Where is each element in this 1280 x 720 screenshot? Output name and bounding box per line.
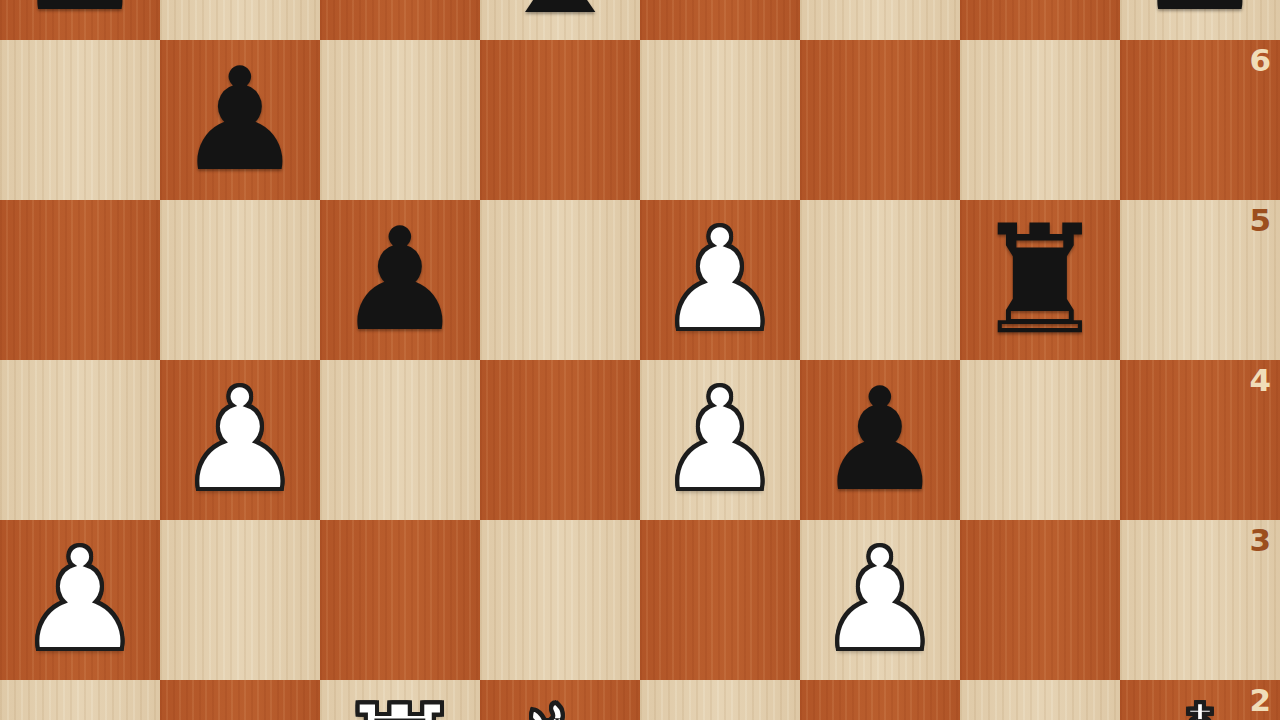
square-d6[interactable] bbox=[480, 40, 640, 200]
square-f3[interactable]: ♟ bbox=[800, 520, 960, 680]
square-c4[interactable] bbox=[320, 360, 480, 520]
square-f5[interactable] bbox=[800, 200, 960, 360]
square-a7[interactable]: ♟ bbox=[0, 0, 160, 40]
rank-label-5: 5 bbox=[1249, 202, 1271, 238]
square-d4[interactable] bbox=[480, 360, 640, 520]
square-c5[interactable]: ♟ bbox=[320, 200, 480, 360]
square-d7[interactable]: ♝ bbox=[480, 0, 640, 40]
rank-label-3: 3 bbox=[1249, 522, 1271, 558]
square-c7[interactable] bbox=[320, 0, 480, 40]
chess-board: ♟♝♟♟6♟♟♜5♟♟♟4♟♟3♜♞2♚ bbox=[0, 0, 1280, 720]
white-pawn-e4[interactable]: ♟ bbox=[640, 360, 800, 520]
black-pawn-c5[interactable]: ♟ bbox=[320, 200, 480, 360]
square-e7[interactable] bbox=[640, 0, 800, 40]
square-f4[interactable]: ♟ bbox=[800, 360, 960, 520]
square-g3[interactable] bbox=[960, 520, 1120, 680]
square-d3[interactable] bbox=[480, 520, 640, 680]
square-c2[interactable]: ♜ bbox=[320, 680, 480, 720]
square-c6[interactable] bbox=[320, 40, 480, 200]
black-pawn-a7[interactable]: ♟ bbox=[0, 0, 160, 40]
black-pawn-h7[interactable]: ♟ bbox=[1120, 0, 1280, 40]
square-h3[interactable]: 3 bbox=[1120, 520, 1280, 680]
white-pawn-e5[interactable]: ♟ bbox=[640, 200, 800, 360]
square-f6[interactable] bbox=[800, 40, 960, 200]
square-e5[interactable]: ♟ bbox=[640, 200, 800, 360]
square-f2[interactable] bbox=[800, 680, 960, 720]
rank-label-4: 4 bbox=[1249, 362, 1271, 398]
square-h2[interactable]: 2♚ bbox=[1120, 680, 1280, 720]
square-h7[interactable]: ♟ bbox=[1120, 0, 1280, 40]
white-pawn-a3[interactable]: ♟ bbox=[0, 520, 160, 680]
square-b6[interactable]: ♟ bbox=[160, 40, 320, 200]
square-a3[interactable]: ♟ bbox=[0, 520, 160, 680]
rank-label-6: 6 bbox=[1249, 42, 1271, 78]
white-rook-c2[interactable]: ♜ bbox=[320, 680, 480, 720]
black-bishop-d7[interactable]: ♝ bbox=[480, 0, 640, 40]
square-e2[interactable] bbox=[640, 680, 800, 720]
square-g4[interactable] bbox=[960, 360, 1120, 520]
square-h5[interactable]: 5 bbox=[1120, 200, 1280, 360]
square-c3[interactable] bbox=[320, 520, 480, 680]
white-knight-d2[interactable]: ♞ bbox=[480, 680, 640, 720]
square-g7[interactable] bbox=[960, 0, 1120, 40]
white-king-h2[interactable]: ♚ bbox=[1120, 680, 1280, 720]
video-frame: ♟♝♟♟6♟♟♜5♟♟♟4♟♟3♜♞2♚ bbox=[0, 0, 1280, 720]
square-e6[interactable] bbox=[640, 40, 800, 200]
black-pawn-f4[interactable]: ♟ bbox=[800, 360, 960, 520]
square-a2[interactable] bbox=[0, 680, 160, 720]
black-rook-g5[interactable]: ♜ bbox=[960, 200, 1120, 360]
square-g5[interactable]: ♜ bbox=[960, 200, 1120, 360]
square-h4[interactable]: 4 bbox=[1120, 360, 1280, 520]
square-d2[interactable]: ♞ bbox=[480, 680, 640, 720]
square-g6[interactable] bbox=[960, 40, 1120, 200]
square-a6[interactable] bbox=[0, 40, 160, 200]
square-h6[interactable]: 6 bbox=[1120, 40, 1280, 200]
square-a4[interactable] bbox=[0, 360, 160, 520]
square-g2[interactable] bbox=[960, 680, 1120, 720]
square-e3[interactable] bbox=[640, 520, 800, 680]
square-e4[interactable]: ♟ bbox=[640, 360, 800, 520]
square-a5[interactable] bbox=[0, 200, 160, 360]
black-pawn-b6[interactable]: ♟ bbox=[160, 40, 320, 200]
square-d5[interactable] bbox=[480, 200, 640, 360]
square-b4[interactable]: ♟ bbox=[160, 360, 320, 520]
square-f7[interactable] bbox=[800, 0, 960, 40]
square-b7[interactable] bbox=[160, 0, 320, 40]
square-b3[interactable] bbox=[160, 520, 320, 680]
white-pawn-f3[interactable]: ♟ bbox=[800, 520, 960, 680]
square-b2[interactable] bbox=[160, 680, 320, 720]
white-pawn-b4[interactable]: ♟ bbox=[160, 360, 320, 520]
square-b5[interactable] bbox=[160, 200, 320, 360]
